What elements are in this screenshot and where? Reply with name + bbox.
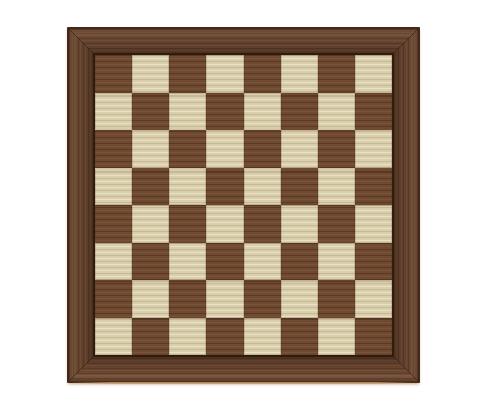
square-h4[interactable] bbox=[355, 205, 392, 243]
square-f6[interactable] bbox=[281, 130, 318, 168]
square-g6[interactable] bbox=[318, 130, 355, 168]
square-d5[interactable] bbox=[206, 168, 243, 206]
square-g7[interactable] bbox=[318, 93, 355, 131]
square-f4[interactable] bbox=[281, 205, 318, 243]
square-e4[interactable] bbox=[244, 205, 281, 243]
square-b7[interactable] bbox=[132, 93, 169, 131]
square-g4[interactable] bbox=[318, 205, 355, 243]
square-d2[interactable] bbox=[206, 280, 243, 318]
square-g2[interactable] bbox=[318, 280, 355, 318]
square-f3[interactable] bbox=[281, 243, 318, 281]
square-c8[interactable] bbox=[169, 55, 206, 93]
square-a4[interactable] bbox=[95, 205, 132, 243]
square-d1[interactable] bbox=[206, 318, 243, 356]
square-h3[interactable] bbox=[355, 243, 392, 281]
square-b3[interactable] bbox=[132, 243, 169, 281]
square-d7[interactable] bbox=[206, 93, 243, 131]
playing-field bbox=[93, 53, 394, 357]
square-b4[interactable] bbox=[132, 205, 169, 243]
square-a1[interactable] bbox=[95, 318, 132, 356]
square-h7[interactable] bbox=[355, 93, 392, 131]
square-f5[interactable] bbox=[281, 168, 318, 206]
square-a3[interactable] bbox=[95, 243, 132, 281]
square-h5[interactable] bbox=[355, 168, 392, 206]
square-b1[interactable] bbox=[132, 318, 169, 356]
square-f2[interactable] bbox=[281, 280, 318, 318]
square-d3[interactable] bbox=[206, 243, 243, 281]
square-c3[interactable] bbox=[169, 243, 206, 281]
square-e5[interactable] bbox=[244, 168, 281, 206]
square-h2[interactable] bbox=[355, 280, 392, 318]
square-c5[interactable] bbox=[169, 168, 206, 206]
square-e6[interactable] bbox=[244, 130, 281, 168]
square-g1[interactable] bbox=[318, 318, 355, 356]
square-g8[interactable] bbox=[318, 55, 355, 93]
square-a2[interactable] bbox=[95, 280, 132, 318]
square-b8[interactable] bbox=[132, 55, 169, 93]
square-h8[interactable] bbox=[355, 55, 392, 93]
square-e3[interactable] bbox=[244, 243, 281, 281]
square-a5[interactable] bbox=[95, 168, 132, 206]
square-h1[interactable] bbox=[355, 318, 392, 356]
square-f1[interactable] bbox=[281, 318, 318, 356]
square-c2[interactable] bbox=[169, 280, 206, 318]
square-e8[interactable] bbox=[244, 55, 281, 93]
square-d4[interactable] bbox=[206, 205, 243, 243]
square-e1[interactable] bbox=[244, 318, 281, 356]
square-d8[interactable] bbox=[206, 55, 243, 93]
square-a7[interactable] bbox=[95, 93, 132, 131]
square-a6[interactable] bbox=[95, 130, 132, 168]
square-c1[interactable] bbox=[169, 318, 206, 356]
square-c7[interactable] bbox=[169, 93, 206, 131]
square-h6[interactable] bbox=[355, 130, 392, 168]
square-b2[interactable] bbox=[132, 280, 169, 318]
square-d6[interactable] bbox=[206, 130, 243, 168]
chess-board bbox=[67, 27, 420, 383]
square-b5[interactable] bbox=[132, 168, 169, 206]
white-background bbox=[0, 0, 480, 406]
square-c6[interactable] bbox=[169, 130, 206, 168]
square-g3[interactable] bbox=[318, 243, 355, 281]
square-f7[interactable] bbox=[281, 93, 318, 131]
square-c4[interactable] bbox=[169, 205, 206, 243]
square-g5[interactable] bbox=[318, 168, 355, 206]
square-b6[interactable] bbox=[132, 130, 169, 168]
square-e2[interactable] bbox=[244, 280, 281, 318]
square-f8[interactable] bbox=[281, 55, 318, 93]
square-a8[interactable] bbox=[95, 55, 132, 93]
square-e7[interactable] bbox=[244, 93, 281, 131]
